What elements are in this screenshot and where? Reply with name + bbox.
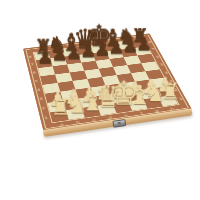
piece-white-pawn: ♟ (105, 78, 134, 100)
piece-white-pawn: ♟ (74, 82, 104, 104)
piece-white-knight: ♞ (61, 89, 91, 116)
piece-white-pawn: ♟ (58, 84, 88, 106)
piece-white-knight: ♞ (139, 79, 169, 106)
piece-white-pawn: ♟ (135, 74, 164, 96)
piece-white-pawn: ♟ (42, 87, 72, 109)
piece-white-rook: ♜ (45, 94, 76, 119)
piece-white-queen: ♛ (93, 80, 123, 112)
piece-white-rook: ♜ (155, 79, 185, 103)
piece-white-king: ♚ (108, 74, 138, 109)
piece-white-pawn: ♟ (120, 76, 149, 98)
product-photo: aa88bb77cc66dd55ee44ff33gg22hh11 ♜♞♝♛♚♝♞… (0, 0, 200, 200)
clasp-icon (112, 119, 126, 128)
piece-white-pawn: ♟ (89, 80, 119, 102)
piece-white-bishop: ♝ (77, 85, 107, 114)
piece-white-bishop: ♝ (124, 79, 154, 108)
